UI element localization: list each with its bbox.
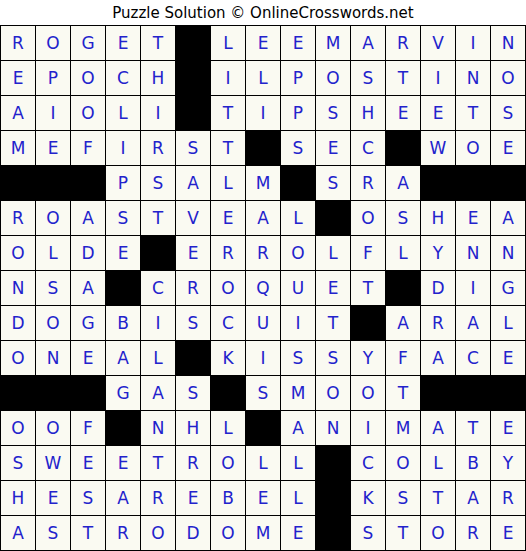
letter-cell: T xyxy=(211,131,245,165)
letter-cell: T xyxy=(421,481,455,515)
letter-cell: K xyxy=(211,341,245,375)
letter-cell: O xyxy=(421,516,455,550)
letter-cell: S xyxy=(316,96,350,130)
letter-cell: Q xyxy=(246,271,280,305)
letter-cell: B xyxy=(456,446,490,480)
letter-cell: A xyxy=(386,166,420,200)
letter-cell: N xyxy=(1,271,35,305)
letter-cell: A xyxy=(1,516,35,550)
letter-cell: D xyxy=(71,236,105,270)
letter-cell: P xyxy=(281,96,315,130)
letter-cell: L xyxy=(211,26,245,60)
letter-cell: S xyxy=(281,341,315,375)
letter-cell: V xyxy=(176,201,210,235)
page-title: Puzzle Solution © OnlineCrosswords.net xyxy=(0,0,526,25)
letter-cell: R xyxy=(106,516,140,550)
letter-cell: U xyxy=(246,306,280,340)
letter-cell: O xyxy=(141,516,175,550)
letter-cell: T xyxy=(456,96,490,130)
block-cell xyxy=(106,411,140,445)
letter-cell: R xyxy=(246,236,280,270)
letter-cell: F xyxy=(386,341,420,375)
letter-cell: S xyxy=(316,341,350,375)
letter-cell: N xyxy=(141,411,175,445)
puzzle-solution-page: Puzzle Solution © OnlineCrosswords.net R… xyxy=(0,0,526,551)
letter-cell: E xyxy=(36,481,70,515)
letter-cell: I xyxy=(351,411,385,445)
letter-cell: E xyxy=(491,516,525,550)
letter-cell: T xyxy=(386,516,420,550)
letter-cell: I xyxy=(141,96,175,130)
letter-cell: M xyxy=(246,166,280,200)
letter-cell: W xyxy=(36,446,70,480)
letter-cell: S xyxy=(386,201,420,235)
letter-cell: R xyxy=(1,201,35,235)
letter-cell: N xyxy=(491,26,525,60)
letter-cell: E xyxy=(36,131,70,165)
block-cell xyxy=(1,166,35,200)
letter-cell: R xyxy=(141,481,175,515)
letter-cell: O xyxy=(351,201,385,235)
block-cell xyxy=(246,131,280,165)
letter-cell: M xyxy=(1,131,35,165)
letter-cell: I xyxy=(281,306,315,340)
letter-cell: Y xyxy=(421,236,455,270)
letter-cell: O xyxy=(211,271,245,305)
letter-cell: E xyxy=(316,131,350,165)
letter-cell: Y xyxy=(351,341,385,375)
letter-cell: L xyxy=(211,411,245,445)
letter-cell: L xyxy=(246,61,280,95)
letter-cell: E xyxy=(491,411,525,445)
letter-cell: S xyxy=(491,96,525,130)
letter-cell: A xyxy=(421,341,455,375)
letter-cell: S xyxy=(246,376,280,410)
letter-cell: G xyxy=(106,376,140,410)
block-cell xyxy=(246,411,280,445)
block-cell xyxy=(71,376,105,410)
letter-cell: R xyxy=(1,26,35,60)
letter-cell: L xyxy=(491,306,525,340)
letter-cell: N xyxy=(36,341,70,375)
block-cell xyxy=(316,201,350,235)
letter-cell: T xyxy=(316,306,350,340)
letter-cell: M xyxy=(281,376,315,410)
letter-cell: S xyxy=(281,131,315,165)
letter-cell: A xyxy=(71,201,105,235)
letter-cell: O xyxy=(71,61,105,95)
letter-cell: T xyxy=(141,201,175,235)
block-cell xyxy=(36,166,70,200)
block-cell xyxy=(106,271,140,305)
letter-cell: P xyxy=(36,61,70,95)
letter-cell: R xyxy=(491,481,525,515)
letter-cell: I xyxy=(211,61,245,95)
letter-cell: S xyxy=(176,376,210,410)
letter-cell: U xyxy=(281,271,315,305)
block-cell xyxy=(141,236,175,270)
letter-cell: D xyxy=(176,516,210,550)
letter-cell: L xyxy=(246,446,280,480)
letter-cell: M xyxy=(316,26,350,60)
letter-cell: C xyxy=(211,306,245,340)
letter-cell: B xyxy=(106,306,140,340)
letter-cell: I xyxy=(141,306,175,340)
letter-cell: I xyxy=(246,96,280,130)
letter-cell: E xyxy=(246,26,280,60)
letter-cell: O xyxy=(351,376,385,410)
letter-cell: G xyxy=(71,306,105,340)
letter-cell: O xyxy=(316,61,350,95)
letter-cell: G xyxy=(71,26,105,60)
block-cell xyxy=(176,61,210,95)
letter-cell: E xyxy=(106,26,140,60)
letter-cell: R xyxy=(421,306,455,340)
letter-cell: O xyxy=(386,446,420,480)
block-cell xyxy=(36,376,70,410)
letter-cell: A xyxy=(176,166,210,200)
letter-cell: B xyxy=(211,481,245,515)
letter-cell: A xyxy=(106,341,140,375)
letter-cell: O xyxy=(211,516,245,550)
letter-cell: O xyxy=(491,61,525,95)
letter-cell: E xyxy=(281,26,315,60)
letter-cell: O xyxy=(456,131,490,165)
letter-cell: R xyxy=(176,446,210,480)
letter-cell: A xyxy=(281,411,315,445)
letter-cell: R xyxy=(351,166,385,200)
block-cell xyxy=(316,446,350,480)
letter-cell: I xyxy=(456,271,490,305)
letter-cell: T xyxy=(211,96,245,130)
block-cell xyxy=(491,376,525,410)
letter-cell: A xyxy=(246,201,280,235)
block-cell xyxy=(211,376,245,410)
letter-cell: A xyxy=(386,306,420,340)
letter-cell: N xyxy=(456,61,490,95)
letter-cell: O xyxy=(36,411,70,445)
block-cell xyxy=(281,166,315,200)
letter-cell: H xyxy=(141,61,175,95)
letter-cell: R xyxy=(141,131,175,165)
letter-cell: I xyxy=(421,61,455,95)
block-cell xyxy=(421,376,455,410)
block-cell xyxy=(176,96,210,130)
block-cell xyxy=(386,131,420,165)
letter-cell: C xyxy=(456,341,490,375)
letter-cell: R xyxy=(211,236,245,270)
letter-cell: E xyxy=(71,446,105,480)
letter-cell: L xyxy=(106,96,140,130)
letter-cell: S xyxy=(386,481,420,515)
letter-cell: O xyxy=(1,411,35,445)
block-cell xyxy=(351,306,385,340)
letter-cell: S xyxy=(71,481,105,515)
letter-cell: I xyxy=(106,131,140,165)
letter-cell: S xyxy=(176,306,210,340)
letter-cell: E xyxy=(421,96,455,130)
letter-cell: L xyxy=(281,201,315,235)
letter-cell: P xyxy=(106,166,140,200)
letter-cell: O xyxy=(36,26,70,60)
letter-cell: T xyxy=(386,376,420,410)
letter-cell: P xyxy=(281,61,315,95)
letter-cell: I xyxy=(246,341,280,375)
letter-cell: A xyxy=(351,26,385,60)
letter-cell: S xyxy=(351,516,385,550)
block-cell xyxy=(71,166,105,200)
letter-cell: N xyxy=(491,236,525,270)
letter-cell: E xyxy=(281,516,315,550)
letter-cell: A xyxy=(456,481,490,515)
crossword-grid: ROGETLEEMARVINEPOCHILPOSTINOAIOLITIPSHEE… xyxy=(0,25,526,551)
letter-cell: E xyxy=(491,131,525,165)
letter-cell: L xyxy=(421,446,455,480)
letter-cell: E xyxy=(211,201,245,235)
letter-cell: E xyxy=(106,236,140,270)
letter-cell: C xyxy=(141,271,175,305)
block-cell xyxy=(176,26,210,60)
letter-cell: K xyxy=(351,481,385,515)
letter-cell: L xyxy=(141,341,175,375)
letter-cell: S xyxy=(351,61,385,95)
letter-cell: L xyxy=(386,236,420,270)
letter-cell: O xyxy=(211,446,245,480)
block-cell xyxy=(1,376,35,410)
letter-cell: E xyxy=(176,481,210,515)
letter-cell: N xyxy=(316,411,350,445)
letter-cell: E xyxy=(71,341,105,375)
letter-cell: E xyxy=(386,96,420,130)
letter-cell: O xyxy=(316,376,350,410)
letter-cell: E xyxy=(246,481,280,515)
letter-cell: I xyxy=(36,96,70,130)
letter-cell: A xyxy=(106,481,140,515)
letter-cell: R xyxy=(176,271,210,305)
letter-cell: H xyxy=(421,201,455,235)
letter-cell: O xyxy=(36,201,70,235)
letter-cell: S xyxy=(106,201,140,235)
letter-cell: E xyxy=(456,201,490,235)
letter-cell: S xyxy=(36,516,70,550)
letter-cell: V xyxy=(421,26,455,60)
block-cell xyxy=(316,516,350,550)
block-cell xyxy=(421,166,455,200)
letter-cell: H xyxy=(176,411,210,445)
letter-cell: S xyxy=(1,446,35,480)
letter-cell: R xyxy=(456,516,490,550)
letter-cell: T xyxy=(141,446,175,480)
letter-cell: G xyxy=(491,271,525,305)
letter-cell: H xyxy=(351,96,385,130)
letter-cell: E xyxy=(316,271,350,305)
letter-cell: R xyxy=(386,26,420,60)
block-cell xyxy=(316,481,350,515)
letter-cell: O xyxy=(36,306,70,340)
letter-cell: O xyxy=(1,341,35,375)
block-cell xyxy=(456,376,490,410)
letter-cell: W xyxy=(421,131,455,165)
letter-cell: A xyxy=(71,271,105,305)
letter-cell: L xyxy=(281,481,315,515)
letter-cell: T xyxy=(386,61,420,95)
letter-cell: E xyxy=(1,61,35,95)
letter-cell: M xyxy=(246,516,280,550)
letter-cell: F xyxy=(71,411,105,445)
letter-cell: O xyxy=(281,236,315,270)
letter-cell: L xyxy=(316,236,350,270)
block-cell xyxy=(456,166,490,200)
block-cell xyxy=(491,166,525,200)
letter-cell: S xyxy=(141,166,175,200)
letter-cell: D xyxy=(421,271,455,305)
letter-cell: S xyxy=(176,131,210,165)
block-cell xyxy=(386,271,420,305)
letter-cell: L xyxy=(281,446,315,480)
letter-cell: A xyxy=(421,411,455,445)
letter-cell: A xyxy=(141,376,175,410)
letter-cell: T xyxy=(141,26,175,60)
letter-cell: L xyxy=(36,236,70,270)
letter-cell: L xyxy=(211,166,245,200)
letter-cell: O xyxy=(71,96,105,130)
letter-cell: E xyxy=(491,341,525,375)
letter-cell: H xyxy=(1,481,35,515)
letter-cell: N xyxy=(456,236,490,270)
letter-cell: A xyxy=(456,306,490,340)
block-cell xyxy=(176,341,210,375)
letter-cell: E xyxy=(106,446,140,480)
letter-cell: T xyxy=(71,516,105,550)
letter-cell: Y xyxy=(491,446,525,480)
letter-cell: O xyxy=(1,236,35,270)
letter-cell: T xyxy=(351,271,385,305)
letter-cell: C xyxy=(351,131,385,165)
letter-cell: S xyxy=(36,271,70,305)
letter-cell: E xyxy=(176,236,210,270)
letter-cell: S xyxy=(316,166,350,200)
letter-cell: A xyxy=(1,96,35,130)
letter-cell: T xyxy=(456,411,490,445)
letter-cell: D xyxy=(1,306,35,340)
letter-cell: F xyxy=(71,131,105,165)
letter-cell: F xyxy=(351,236,385,270)
letter-cell: M xyxy=(386,411,420,445)
letter-cell: A xyxy=(491,201,525,235)
letter-cell: C xyxy=(106,61,140,95)
letter-cell: I xyxy=(456,26,490,60)
letter-cell: C xyxy=(351,446,385,480)
